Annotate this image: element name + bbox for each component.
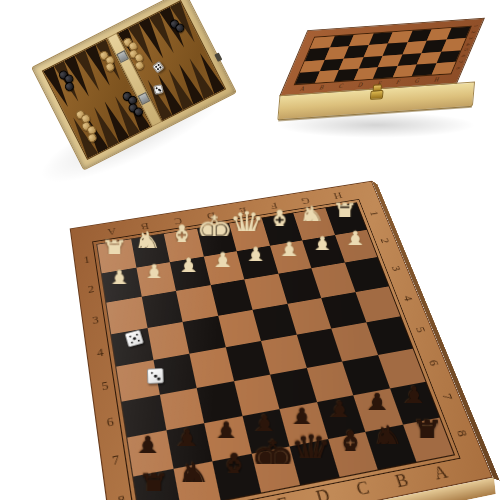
piece-black-queen: ♛ (290, 428, 333, 476)
coord-label: 7 (111, 451, 120, 469)
piece-white-pawn: ♟ (176, 256, 201, 284)
piece-black-king: ♚ (250, 434, 295, 484)
piece-white-pawn: ♟ (277, 239, 302, 267)
backgammon-box (31, 0, 237, 171)
chess-board-view: 12345678 12345678 HGFEDCBA ABCDEFGH ♜♞♝♛… (30, 156, 485, 500)
die-pip (156, 68, 159, 71)
die-showing-3 (153, 85, 164, 96)
piece-white-knight: ♞ (133, 228, 164, 262)
coord-label: 5 (462, 49, 468, 52)
coord-label: 5 (101, 378, 110, 394)
backgammon-checker-light (104, 61, 116, 73)
coord-label: 4 (465, 43, 471, 46)
closed-box-view: ABCDEFGH 12345678 (264, 26, 494, 146)
coord-label: D (357, 81, 364, 88)
coord-label: 3 (91, 313, 99, 328)
coord-label: 7 (457, 60, 463, 63)
coord-label: 8 (455, 66, 461, 69)
piece-white-rook: ♜ (101, 235, 129, 267)
coord-label: 1 (365, 210, 380, 216)
piece-black-bishop: ♝ (331, 425, 370, 468)
backgammon-checker-dark (132, 106, 144, 118)
coord-label: 2 (470, 31, 476, 34)
coord-label: 1 (472, 25, 478, 28)
chess-board: 12345678 12345678 HGFEDCBA ABCDEFGH ♜♞♝♛… (70, 181, 493, 500)
coord-label: F (395, 78, 401, 84)
piece-black-rook: ♜ (410, 416, 443, 452)
die-pip (159, 66, 162, 69)
latch-icon (214, 52, 222, 61)
die-pip (159, 90, 161, 92)
coord-label: 5 (411, 326, 427, 334)
backgammon-box-view (10, 0, 260, 174)
coord-label: 2 (376, 237, 391, 244)
coord-label: 8 (117, 490, 127, 500)
coord-label: G (414, 77, 421, 84)
coord-label: A (299, 85, 306, 92)
coord-label: 3 (467, 37, 473, 40)
coord-label: 6 (460, 55, 466, 58)
coord-label: 3 (387, 265, 402, 272)
coord-label: 1 (83, 253, 91, 266)
piece-black-rook: ♜ (138, 468, 172, 500)
coord-label: B (319, 83, 326, 89)
coord-label: C (338, 82, 345, 88)
clasp-icon (370, 84, 384, 100)
closed-box: ABCDEFGH 12345678 (261, 19, 475, 121)
piece-black-knight: ♞ (176, 458, 213, 499)
piece-black-bishop: ♝ (214, 447, 253, 491)
die-showing-4 (152, 61, 165, 74)
backgammon-checker-dark (174, 22, 186, 34)
product-photo-canvas: ABCDEFGH 12345678 12345678 12345678 HGFE… (0, 0, 500, 500)
coord-label: H (433, 75, 440, 82)
coord-label: 6 (106, 414, 115, 431)
backgammon-interior (42, 0, 226, 160)
